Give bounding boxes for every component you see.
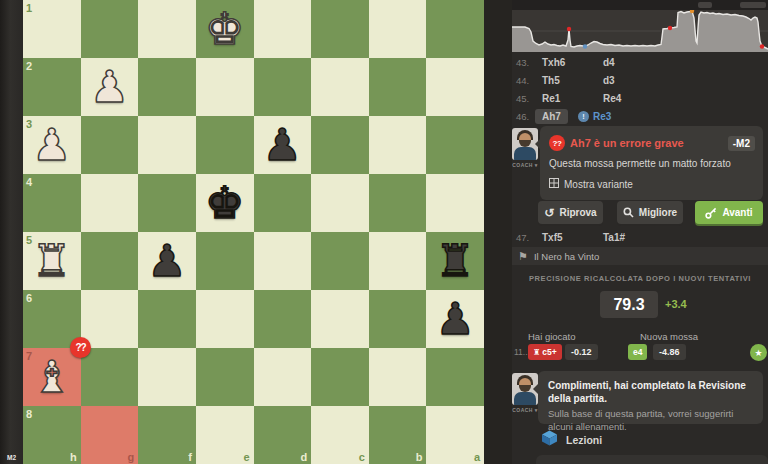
square-g7[interactable] (81, 348, 139, 406)
file-label-h: h (70, 451, 77, 463)
file-label-d: d (300, 451, 307, 463)
square-g4[interactable] (81, 174, 139, 232)
avatar-beard (519, 140, 531, 147)
square-d5[interactable] (254, 232, 312, 290)
square-f5[interactable]: ♟ (138, 232, 196, 290)
square-c1[interactable] (311, 0, 369, 58)
piece-white-bishop-h7[interactable]: ♝ (23, 348, 81, 406)
rank-label-1: 1 (26, 2, 32, 14)
lessons-cube-icon (541, 430, 558, 450)
square-a5[interactable]: ♜ (426, 232, 484, 290)
square-b3[interactable] (369, 116, 427, 174)
square-g3[interactable] (81, 116, 139, 174)
square-f2[interactable] (138, 58, 196, 116)
square-d8[interactable]: d (254, 406, 312, 464)
accuracy-heading: PRECISIONE RICALCOLATA DOPO I NUOVI TENT… (512, 274, 768, 283)
piece-white-pawn-h3[interactable]: ♟ (23, 116, 81, 174)
square-a8[interactable]: a (426, 406, 484, 464)
accuracy-delta: +3.4 (665, 298, 687, 310)
piece-white-pawn-g2[interactable]: ♟ (81, 58, 139, 116)
square-b5[interactable] (369, 232, 427, 290)
accuracy-score: 79.3 (600, 291, 658, 318)
piece-black-pawn-f5[interactable]: ♟ (138, 232, 196, 290)
square-e3[interactable] (196, 116, 254, 174)
new-move-badge[interactable]: e4 (628, 344, 647, 360)
square-d4[interactable] (254, 174, 312, 232)
new-move-label: Nuova mossa (640, 331, 698, 342)
rank-label-6: 6 (26, 292, 32, 304)
evaluation-graph[interactable] (512, 10, 768, 52)
coach-summary-bubble: Complimenti, hai completato la Revisione… (538, 371, 763, 424)
square-a3[interactable] (426, 116, 484, 174)
square-b2[interactable] (369, 58, 427, 116)
avatar-body (514, 147, 536, 160)
piece-white-king-e1[interactable]: ♚ (196, 0, 254, 58)
result-text: Il Nero ha Vinto (534, 251, 599, 262)
black-move-d4[interactable]: d4 (603, 57, 615, 68)
square-a6[interactable]: ♟ (426, 290, 484, 348)
square-e5[interactable] (196, 232, 254, 290)
feedback-subtitle: Questa mossa permette un matto forzato (549, 158, 731, 169)
retry-button[interactable]: ↺ Riprova (538, 201, 603, 224)
black-move-Ta1#[interactable]: Ta1# (603, 232, 625, 243)
square-f7[interactable] (138, 348, 196, 406)
black-move-d3[interactable]: d3 (603, 75, 615, 86)
square-a2[interactable] (426, 58, 484, 116)
square-g6[interactable] (81, 290, 139, 348)
square-h1[interactable]: 1 (23, 0, 81, 58)
toolbar-icon[interactable] (740, 2, 766, 8)
rook-icon: ♜ (533, 348, 540, 357)
square-e7[interactable] (196, 348, 254, 406)
piece-black-pawn-d3[interactable]: ♟ (254, 116, 312, 174)
game-result-row: ⚑ Il Nero ha Vinto (512, 247, 768, 265)
move-row-47.: 47.Txf5Ta1# (512, 229, 768, 247)
eval-badge: -M2 (728, 136, 755, 151)
sidebar-top-strip (512, 0, 768, 10)
move-row-45.: 45.Re1Re4 (512, 90, 768, 108)
coach-dropdown[interactable]: COACH ▾ (508, 162, 542, 168)
black-move-Re3[interactable]: !Re3 (578, 111, 611, 122)
blunder-badge-icon: ?? (70, 337, 91, 358)
move-number: 45. (516, 93, 529, 104)
played-move-badge[interactable]: ♜ c5+ (528, 344, 562, 360)
square-f6[interactable] (138, 290, 196, 348)
square-d1[interactable] (254, 0, 312, 58)
played-eval: -0.12 (565, 344, 598, 360)
best-move-button[interactable]: Migliore (617, 201, 683, 224)
move-number: 46. (516, 111, 529, 122)
move-number: 47. (516, 232, 529, 243)
show-variation-link[interactable]: Mostra variante (549, 178, 633, 190)
flag-icon: ⚑ (518, 251, 528, 262)
chevron-down-icon: ▾ (535, 162, 538, 168)
square-e2[interactable] (196, 58, 254, 116)
file-label-a: a (474, 451, 480, 463)
file-label-b: b (416, 451, 423, 463)
key-icon (705, 207, 717, 219)
game-review-screen: M2 1♚2♟3♟♟4♚5♜♟♜6♟7♝8hgfedcba ?? 43.Txh6… (0, 0, 768, 464)
star-badge: ★ (750, 344, 767, 361)
coach-dropdown[interactable]: COACH ▾ (508, 407, 542, 413)
white-move-Th5[interactable]: Th5 (542, 75, 560, 86)
square-b1[interactable] (369, 0, 427, 58)
piece-black-pawn-a6[interactable]: ♟ (426, 290, 484, 348)
square-h2[interactable]: 2 (23, 58, 81, 116)
white-move-Txh6[interactable]: Txh6 (542, 57, 565, 68)
square-c2[interactable] (311, 58, 369, 116)
move-row-46.: 46.Ah7!Re3 (512, 108, 768, 126)
retry-icon: ↺ (544, 207, 554, 219)
square-d7[interactable] (254, 348, 312, 406)
piece-black-rook-a5[interactable]: ♜ (426, 232, 484, 290)
move-number: 44. (516, 75, 529, 86)
white-move-Ah7[interactable]: Ah7 (535, 109, 568, 124)
square-f8[interactable]: f (138, 406, 196, 464)
move-number: 43. (516, 57, 529, 68)
square-d3[interactable]: ♟ (254, 116, 312, 174)
square-b4[interactable] (369, 174, 427, 232)
rank-label-8: 8 (26, 408, 32, 420)
rank-label-2: 2 (26, 60, 32, 72)
square-h3[interactable]: 3♟ (23, 116, 81, 174)
square-c5[interactable] (311, 232, 369, 290)
square-b6[interactable] (369, 290, 427, 348)
new-move-eval: -4.86 (653, 344, 686, 360)
white-move-Txf5[interactable]: Txf5 (542, 232, 563, 243)
square-g1[interactable] (81, 0, 139, 58)
move-row-44.: 44.Th5d3 (512, 72, 768, 90)
evaluation-bar-label: M2 (0, 454, 23, 461)
square-h4[interactable]: 4 (23, 174, 81, 232)
file-label-f: f (188, 451, 192, 463)
file-label-c: c (359, 451, 365, 463)
square-h8[interactable]: 8h (23, 406, 81, 464)
suggested-move-text: Re3 (593, 111, 611, 122)
black-move-Re4[interactable]: Re4 (603, 93, 621, 104)
square-f1[interactable] (138, 0, 196, 58)
square-c4[interactable] (311, 174, 369, 232)
square-h7[interactable]: 7♝ (23, 348, 81, 406)
square-a4[interactable] (426, 174, 484, 232)
next-button[interactable]: Avanti (695, 201, 763, 224)
square-b7[interactable] (369, 348, 427, 406)
magnifier-icon (623, 207, 634, 218)
piece-black-king-e4[interactable]: ♚ (196, 174, 254, 232)
chess-board: 1♚2♟3♟♟4♚5♜♟♜6♟7♝8hgfedcba (23, 0, 484, 464)
square-g5[interactable] (81, 232, 139, 290)
square-g2[interactable]: ♟ (81, 58, 139, 116)
square-e6[interactable] (196, 290, 254, 348)
square-e1[interactable]: ♚ (196, 0, 254, 58)
square-g8[interactable]: g (81, 406, 139, 464)
coach-feedback-bubble: ?? Ah7 è un errore grave -M2 Questa moss… (540, 126, 763, 200)
square-c7[interactable] (311, 348, 369, 406)
summary-bold-text: Complimenti, hai completato la Revisione… (548, 379, 753, 405)
suggested-move-icon: ! (578, 111, 589, 122)
avatar-beard (519, 385, 531, 392)
file-label-g: g (128, 451, 135, 463)
square-a7[interactable] (426, 348, 484, 406)
piece-white-rook-h5[interactable]: ♜ (23, 232, 81, 290)
rank-label-4: 4 (26, 176, 32, 188)
white-move-Re1[interactable]: Re1 (542, 93, 560, 104)
square-c6[interactable] (311, 290, 369, 348)
square-d2[interactable] (254, 58, 312, 116)
file-label-e: e (243, 451, 249, 463)
square-e4[interactable]: ♚ (196, 174, 254, 232)
star-icon: ★ (754, 348, 762, 358)
square-a1[interactable] (426, 0, 484, 58)
square-f3[interactable] (138, 116, 196, 174)
blunder-icon: ?? (549, 135, 565, 151)
next-panel-edge (536, 455, 768, 464)
square-c3[interactable] (311, 116, 369, 174)
square-d6[interactable] (254, 290, 312, 348)
square-h5[interactable]: 5♜ (23, 232, 81, 290)
lessons-link[interactable]: Lezioni (541, 430, 602, 450)
feedback-title: Ah7 è un errore grave (570, 137, 723, 149)
analysis-sidebar: 43.Txh6d444.Th5d345.Re1Re446.Ah7!Re3 COA… (512, 0, 768, 464)
square-b8[interactable]: b (369, 406, 427, 464)
square-c8[interactable]: c (311, 406, 369, 464)
square-e8[interactable]: e (196, 406, 254, 464)
toolbar-icon[interactable] (698, 2, 712, 8)
board-grid-icon (549, 178, 559, 190)
square-f4[interactable] (138, 174, 196, 232)
played-label: Hai giocato (528, 331, 576, 342)
move-row-43.: 43.Txh6d4 (512, 54, 768, 72)
evaluation-bar: M2 (0, 0, 23, 464)
